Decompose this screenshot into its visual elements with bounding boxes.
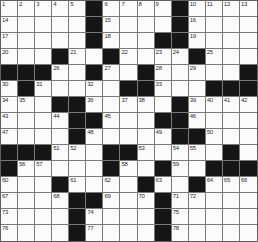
- block-r10c2: [18, 145, 35, 161]
- cell-r5c12[interactable]: 29: [189, 65, 206, 81]
- clue-number: 60: [2, 177, 8, 184]
- cell-r14c4[interactable]: [52, 209, 69, 225]
- cell-r2c13[interactable]: [206, 17, 223, 33]
- cell-r7c13[interactable]: 40: [206, 97, 223, 113]
- clue-number: 19: [190, 33, 196, 40]
- cell-r5c7[interactable]: 27: [103, 65, 120, 81]
- cell-r3c14[interactable]: [223, 33, 240, 49]
- clue-number: 63: [156, 177, 162, 184]
- clue-number: 5: [70, 1, 73, 8]
- cell-r1c14[interactable]: 12: [223, 1, 240, 17]
- cell-r9c6[interactable]: 48: [86, 129, 103, 145]
- cell-r7c10[interactable]: [155, 97, 172, 113]
- cell-r4c13[interactable]: 25: [206, 49, 223, 65]
- cell-r13c2[interactable]: [18, 193, 35, 209]
- clue-number: 50: [207, 129, 213, 136]
- cell-r14c15[interactable]: [240, 209, 257, 225]
- cell-r11c3[interactable]: 57: [35, 161, 52, 177]
- cell-r8c8[interactable]: [120, 113, 137, 129]
- cell-r6c12[interactable]: [189, 81, 206, 97]
- block-r12c9: [138, 177, 155, 193]
- clue-number: 2: [19, 1, 22, 8]
- block-r3c6: [86, 33, 103, 49]
- cell-r3c7[interactable]: 18: [103, 33, 120, 49]
- cell-r3c4[interactable]: [52, 33, 69, 49]
- cell-r6c11[interactable]: [172, 81, 189, 97]
- clue-number: 6: [104, 1, 107, 8]
- cell-r15c13[interactable]: [206, 225, 223, 241]
- clue-number: 33: [156, 81, 162, 88]
- clue-number: 30: [2, 81, 8, 88]
- block-r5c2: [18, 65, 35, 81]
- cell-r10c11[interactable]: 54: [172, 145, 189, 161]
- block-r11c1: [1, 161, 18, 177]
- block-r6c8: [120, 81, 137, 97]
- cell-r11c5[interactable]: [69, 161, 86, 177]
- cell-r6c6[interactable]: 32: [86, 81, 103, 97]
- cell-r15c4[interactable]: [52, 225, 69, 241]
- clue-number: 56: [19, 161, 25, 168]
- cell-r4c5[interactable]: 21: [69, 49, 86, 65]
- clue-number: 7: [121, 1, 124, 8]
- cell-r15c6[interactable]: 77: [86, 225, 103, 241]
- clue-number: 10: [190, 1, 196, 8]
- clue-number: 39: [190, 97, 196, 104]
- cell-r11c8[interactable]: 58: [120, 161, 137, 177]
- clue-number: 67: [2, 193, 8, 200]
- clue-number: 55: [190, 145, 196, 152]
- cell-r8c4[interactable]: 44: [52, 113, 69, 129]
- clue-number: 77: [87, 225, 93, 232]
- cell-r7c9[interactable]: 38: [138, 97, 155, 113]
- clue-number: 49: [156, 129, 162, 136]
- cell-r7c6[interactable]: 36: [86, 97, 103, 113]
- cell-r13c7[interactable]: 69: [103, 193, 120, 209]
- cell-r13c11[interactable]: 71: [172, 193, 189, 209]
- cell-r6c7[interactable]: [103, 81, 120, 97]
- cell-r8c13[interactable]: [206, 113, 223, 129]
- clue-number: 54: [173, 145, 179, 152]
- block-r9c12: [189, 129, 206, 145]
- cell-r7c14[interactable]: 41: [223, 97, 240, 113]
- clue-number: 11: [207, 1, 213, 8]
- clue-number: 17: [2, 33, 8, 40]
- cell-r2c2[interactable]: [18, 17, 35, 33]
- clue-number: 35: [19, 97, 25, 104]
- block-r15c5: [69, 225, 86, 241]
- clue-number: 72: [190, 193, 196, 200]
- cell-r12c11[interactable]: [172, 177, 189, 193]
- clue-number: 36: [87, 97, 93, 104]
- block-r3c10: [155, 33, 172, 49]
- block-r11c13: [206, 161, 223, 177]
- cell-r1c3[interactable]: 3: [35, 1, 52, 17]
- cell-r9c3[interactable]: [35, 129, 52, 145]
- cell-r15c12[interactable]: [189, 225, 206, 241]
- cell-r13c3[interactable]: [35, 193, 52, 209]
- clue-number: 29: [190, 65, 196, 72]
- clue-number: 68: [53, 193, 59, 200]
- clue-number: 8: [139, 1, 142, 8]
- cell-r2c9[interactable]: [138, 17, 155, 33]
- clue-number: 76: [2, 225, 8, 232]
- clue-number: 25: [207, 49, 213, 56]
- cell-r3c15[interactable]: [240, 33, 257, 49]
- cell-r2c14[interactable]: [223, 17, 240, 33]
- clue-number: 3: [36, 1, 39, 8]
- cell-r6c1[interactable]: 30: [1, 81, 18, 97]
- block-r15c10: [155, 225, 172, 241]
- block-r6c13: [206, 81, 223, 97]
- cell-r14c2[interactable]: [18, 209, 35, 225]
- cell-r10c6[interactable]: [86, 145, 103, 161]
- cell-r14c12[interactable]: [189, 209, 206, 225]
- cell-r14c8[interactable]: [120, 209, 137, 225]
- cell-r11c4[interactable]: [52, 161, 69, 177]
- block-r6c14: [223, 81, 240, 97]
- cell-r2c4[interactable]: [52, 17, 69, 33]
- cell-r4c9[interactable]: [138, 49, 155, 65]
- cell-r1c15[interactable]: 13: [240, 1, 257, 17]
- clue-number: 45: [104, 113, 110, 120]
- cell-r14c7[interactable]: [103, 209, 120, 225]
- cell-r5c5[interactable]: [69, 65, 86, 81]
- cell-r14c6[interactable]: 74: [86, 209, 103, 225]
- cell-r10c10[interactable]: [155, 145, 172, 161]
- clue-number: 1: [2, 1, 5, 8]
- cell-r8c12[interactable]: 46: [189, 113, 206, 129]
- cell-r1c7[interactable]: 6: [103, 1, 120, 17]
- cell-r9c8[interactable]: [120, 129, 137, 145]
- clue-number: 64: [207, 177, 213, 184]
- clue-number: 14: [2, 17, 8, 24]
- cell-r1c8[interactable]: 7: [120, 1, 137, 17]
- block-r4c4: [52, 49, 69, 65]
- cell-r8c2[interactable]: [18, 113, 35, 129]
- clue-number: 48: [87, 129, 93, 136]
- cell-r6c5[interactable]: [69, 81, 86, 97]
- cell-r4c8[interactable]: 22: [120, 49, 137, 65]
- cell-r3c13[interactable]: [206, 33, 223, 49]
- clue-number: 13: [241, 1, 247, 8]
- cell-r12c7[interactable]: 62: [103, 177, 120, 193]
- cell-r13c9[interactable]: 70: [138, 193, 155, 209]
- cell-r2c7[interactable]: 15: [103, 17, 120, 33]
- cell-r15c9[interactable]: [138, 225, 155, 241]
- cell-r4c6[interactable]: [86, 49, 103, 65]
- cell-r2c5[interactable]: [69, 17, 86, 33]
- clue-number: 65: [224, 177, 230, 184]
- cell-r14c3[interactable]: [35, 209, 52, 225]
- cell-r12c1[interactable]: 60: [1, 177, 18, 193]
- clue-number: 66: [241, 177, 247, 184]
- cell-r15c1[interactable]: 76: [1, 225, 18, 241]
- cell-r1c2[interactable]: 2: [18, 1, 35, 17]
- clue-number: 16: [190, 17, 196, 24]
- block-r11c7: [103, 161, 120, 177]
- cell-r3c3[interactable]: [35, 33, 52, 49]
- clue-number: 28: [156, 65, 162, 72]
- clue-number: 71: [173, 193, 179, 200]
- cell-r11c2[interactable]: 56: [18, 161, 35, 177]
- block-r5c15: [240, 65, 257, 81]
- cell-r15c3[interactable]: [35, 225, 52, 241]
- clue-number: 53: [139, 145, 145, 152]
- cell-r14c1[interactable]: 73: [1, 209, 18, 225]
- block-r13c10: [155, 193, 172, 209]
- block-r7c5: [69, 97, 86, 113]
- clue-number: 12: [224, 1, 230, 8]
- clue-number: 26: [53, 65, 59, 72]
- cell-r8c7[interactable]: 45: [103, 113, 120, 129]
- cell-r14c13[interactable]: [206, 209, 223, 225]
- cell-r14c9[interactable]: [138, 209, 155, 225]
- clue-number: 41: [224, 97, 230, 104]
- cell-r10c5[interactable]: 52: [69, 145, 86, 161]
- block-r5c6: [86, 65, 103, 81]
- cell-r10c4[interactable]: 51: [52, 145, 69, 161]
- cell-r15c15[interactable]: [240, 225, 257, 241]
- cell-r9c1[interactable]: 47: [1, 129, 18, 145]
- clue-number: 27: [104, 65, 110, 72]
- cell-r13c12[interactable]: 72: [189, 193, 206, 209]
- cell-r12c6[interactable]: [86, 177, 103, 193]
- block-r5c9: [138, 65, 155, 81]
- clue-number: 22: [121, 49, 127, 56]
- clue-number: 62: [104, 177, 110, 184]
- cell-r11c12[interactable]: [189, 161, 206, 177]
- clue-number: 51: [53, 145, 59, 152]
- cell-r7c1[interactable]: 34: [1, 97, 18, 113]
- block-r9c5: [69, 129, 86, 145]
- clue-number: 57: [36, 161, 42, 168]
- block-r10c7: [103, 145, 120, 161]
- block-r8c6: [86, 113, 103, 129]
- block-r1c6: [86, 1, 103, 17]
- block-r12c12: [189, 177, 206, 193]
- clue-number: 73: [2, 209, 8, 216]
- clue-number: 18: [104, 33, 110, 40]
- cell-r3c9[interactable]: [138, 33, 155, 49]
- cell-r3c2[interactable]: [18, 33, 35, 49]
- cell-r4c15[interactable]: [240, 49, 257, 65]
- block-r4c7: [103, 49, 120, 65]
- clue-number: 44: [53, 113, 59, 120]
- clue-number: 38: [139, 97, 145, 104]
- block-r8c11: [172, 113, 189, 129]
- block-r11c10: [155, 161, 172, 177]
- cell-r13c14[interactable]: [223, 193, 240, 209]
- cell-r11c6[interactable]: [86, 161, 103, 177]
- clue-number: 47: [2, 129, 8, 136]
- cell-r5c13[interactable]: [206, 65, 223, 81]
- cell-r7c15[interactable]: 42: [240, 97, 257, 113]
- cell-r4c1[interactable]: 20: [1, 49, 18, 65]
- cell-r4c14[interactable]: [223, 49, 240, 65]
- clue-number: 37: [121, 97, 127, 104]
- cell-r12c2[interactable]: [18, 177, 35, 193]
- cell-r15c14[interactable]: [223, 225, 240, 241]
- block-r1c11: [172, 1, 189, 17]
- cell-r7c2[interactable]: 35: [18, 97, 35, 113]
- cell-r8c15[interactable]: [240, 113, 257, 129]
- cell-r13c4[interactable]: 68: [52, 193, 69, 209]
- cell-r1c5[interactable]: 5: [69, 1, 86, 17]
- cell-r12c13[interactable]: 64: [206, 177, 223, 193]
- cell-r14c14[interactable]: [223, 209, 240, 225]
- block-r9c11: [172, 129, 189, 145]
- cell-r12c10[interactable]: 63: [155, 177, 172, 193]
- cell-r14c11[interactable]: 75: [172, 209, 189, 225]
- clue-number: 52: [70, 145, 76, 152]
- block-r13c5: [69, 193, 86, 209]
- cell-r15c7[interactable]: [103, 225, 120, 241]
- block-r5c1: [1, 65, 18, 81]
- cell-r3c8[interactable]: [120, 33, 137, 49]
- clue-number: 40: [207, 97, 213, 104]
- cell-r13c15[interactable]: [240, 193, 257, 209]
- cell-r3c12[interactable]: 19: [189, 33, 206, 49]
- cell-r1c10[interactable]: 9: [155, 1, 172, 17]
- block-r11c14: [223, 161, 240, 177]
- cell-r12c15[interactable]: 66: [240, 177, 257, 193]
- block-r10c8: [120, 145, 137, 161]
- cell-r2c12[interactable]: 16: [189, 17, 206, 33]
- cell-r1c13[interactable]: 11: [206, 1, 223, 17]
- block-r6c9: [138, 81, 155, 97]
- cell-r10c9[interactable]: 53: [138, 145, 155, 161]
- cell-r7c12[interactable]: 39: [189, 97, 206, 113]
- clue-number: 42: [241, 97, 247, 104]
- cell-r1c4[interactable]: 4: [52, 1, 69, 17]
- cell-r7c7[interactable]: [103, 97, 120, 113]
- cell-r11c9[interactable]: [138, 161, 155, 177]
- cell-r12c3[interactable]: [35, 177, 52, 193]
- clue-number: 61: [70, 177, 76, 184]
- cell-r2c10[interactable]: [155, 17, 172, 33]
- cell-r2c3[interactable]: [35, 17, 52, 33]
- clue-number: 31: [36, 81, 42, 88]
- cell-r5c4[interactable]: 26: [52, 65, 69, 81]
- cell-r1c12[interactable]: 10: [189, 1, 206, 17]
- block-r10c1: [1, 145, 18, 161]
- cell-r9c15[interactable]: [240, 129, 257, 145]
- cell-r5c8[interactable]: [120, 65, 137, 81]
- block-r7c4: [52, 97, 69, 113]
- clue-number: 70: [139, 193, 145, 200]
- clue-number: 59: [173, 161, 179, 168]
- block-r7c11: [172, 97, 189, 113]
- cell-r13c1[interactable]: 67: [1, 193, 18, 209]
- block-r2c6: [86, 17, 103, 33]
- block-r10c14: [223, 145, 240, 161]
- cell-r5c10[interactable]: 28: [155, 65, 172, 81]
- cell-r6c4[interactable]: [52, 81, 69, 97]
- block-r4c12: [189, 49, 206, 65]
- cell-r9c9[interactable]: [138, 129, 155, 145]
- cell-r8c14[interactable]: [223, 113, 240, 129]
- cell-r4c2[interactable]: [18, 49, 35, 65]
- cell-r9c2[interactable]: [18, 129, 35, 145]
- cell-r2c8[interactable]: [120, 17, 137, 33]
- cell-r5c14[interactable]: [223, 65, 240, 81]
- block-r11c15: [240, 161, 257, 177]
- cell-r5c11[interactable]: [172, 65, 189, 81]
- cell-r13c8[interactable]: [120, 193, 137, 209]
- cell-r6c10[interactable]: 33: [155, 81, 172, 97]
- cell-r9c7[interactable]: [103, 129, 120, 145]
- cell-r2c15[interactable]: [240, 17, 257, 33]
- cell-r10c15[interactable]: [240, 145, 257, 161]
- block-r12c4: [52, 177, 69, 193]
- cell-r15c2[interactable]: [18, 225, 35, 241]
- cell-r12c8[interactable]: [120, 177, 137, 193]
- block-r2c11: [172, 17, 189, 33]
- clue-number: 4: [53, 1, 56, 8]
- cell-r13c13[interactable]: [206, 193, 223, 209]
- cell-r1c1[interactable]: 1: [1, 1, 18, 17]
- block-r8c10: [155, 113, 172, 129]
- cell-r9c10[interactable]: 49: [155, 129, 172, 145]
- block-r3c11: [172, 33, 189, 49]
- clue-number: 21: [70, 49, 76, 56]
- cell-r4c10[interactable]: 23: [155, 49, 172, 65]
- cell-r11c11[interactable]: 59: [172, 161, 189, 177]
- cell-r4c11[interactable]: 24: [172, 49, 189, 65]
- cell-r6c3[interactable]: 31: [35, 81, 52, 97]
- cell-r15c11[interactable]: 78: [172, 225, 189, 241]
- cell-r7c3[interactable]: [35, 97, 52, 113]
- cell-r9c4[interactable]: [52, 129, 69, 145]
- block-r13c6: [86, 193, 103, 209]
- cell-r15c8[interactable]: [120, 225, 137, 241]
- clue-number: 78: [173, 225, 179, 232]
- clue-number: 20: [2, 49, 8, 56]
- cell-r8c1[interactable]: 43: [1, 113, 18, 129]
- clue-number: 34: [2, 97, 8, 104]
- cell-r3c1[interactable]: 17: [1, 33, 18, 49]
- cell-r1c9[interactable]: 8: [138, 1, 155, 17]
- cell-r9c13[interactable]: 50: [206, 129, 223, 145]
- crossword-grid: 1234567891011121314151617181920212223242…: [0, 0, 258, 242]
- block-r8c5: [69, 113, 86, 129]
- block-r6c15: [240, 81, 257, 97]
- clue-number: 32: [87, 81, 93, 88]
- cell-r12c14[interactable]: 65: [223, 177, 240, 193]
- clue-number: 69: [104, 193, 110, 200]
- block-r5c3: [35, 65, 52, 81]
- clue-number: 46: [190, 113, 196, 120]
- cell-r2c1[interactable]: 14: [1, 17, 18, 33]
- block-r10c3: [35, 145, 52, 161]
- clue-number: 75: [173, 209, 179, 216]
- clue-number: 74: [87, 209, 93, 216]
- clue-number: 58: [121, 161, 127, 168]
- clue-number: 43: [2, 113, 8, 120]
- cell-r12c5[interactable]: 61: [69, 177, 86, 193]
- clue-number: 15: [104, 17, 110, 24]
- cell-r8c3[interactable]: [35, 113, 52, 129]
- clue-number: 9: [156, 1, 159, 8]
- cell-r3c5[interactable]: [69, 33, 86, 49]
- cell-r4c3[interactable]: [35, 49, 52, 65]
- cell-r10c13[interactable]: [206, 145, 223, 161]
- cell-r10c12[interactable]: 55: [189, 145, 206, 161]
- cell-r7c8[interactable]: 37: [120, 97, 137, 113]
- cell-r8c9[interactable]: [138, 113, 155, 129]
- block-r14c5: [69, 209, 86, 225]
- cell-r9c14[interactable]: [223, 129, 240, 145]
